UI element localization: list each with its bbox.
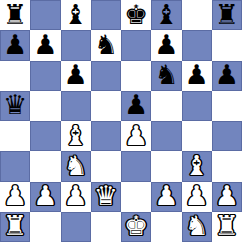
square-h8[interactable]: ♜ (212, 0, 242, 30)
piece-white-bishop[interactable]: ♝ (64, 122, 88, 149)
piece-white-pawn[interactable]: ♟ (215, 182, 239, 209)
square-c2[interactable]: ♟ (61, 182, 91, 212)
square-d1[interactable] (91, 212, 121, 242)
square-e8[interactable]: ♚ (121, 0, 151, 30)
square-d6[interactable] (91, 61, 121, 91)
square-b1[interactable] (30, 212, 60, 242)
square-c7[interactable] (61, 30, 91, 60)
square-g1[interactable]: ♞ (182, 212, 212, 242)
square-h3[interactable] (212, 151, 242, 181)
piece-white-queen[interactable]: ♛ (94, 182, 118, 209)
square-d5[interactable] (91, 91, 121, 121)
square-e6[interactable] (121, 61, 151, 91)
piece-white-pawn[interactable]: ♟ (185, 182, 209, 209)
piece-black-knight[interactable]: ♞ (154, 61, 178, 88)
piece-black-bishop[interactable]: ♝ (154, 1, 178, 28)
piece-black-pawn[interactable]: ♟ (3, 31, 27, 58)
piece-black-king[interactable]: ♚ (124, 1, 148, 28)
piece-white-knight[interactable]: ♞ (185, 212, 209, 239)
square-g7[interactable] (182, 30, 212, 60)
square-d3[interactable] (91, 151, 121, 181)
chess-board: ♜♝♚♝♜♟♟♞♟♟♞♟♟♛♟♝♟♞♝♟♟♟♛♟♟♟♜♚♞♜ (0, 0, 242, 242)
square-d7[interactable]: ♞ (91, 30, 121, 60)
square-b4[interactable] (30, 121, 60, 151)
square-a6[interactable] (0, 61, 30, 91)
square-d2[interactable]: ♛ (91, 182, 121, 212)
square-d4[interactable] (91, 121, 121, 151)
square-b6[interactable] (30, 61, 60, 91)
square-b5[interactable] (30, 91, 60, 121)
square-g8[interactable] (182, 0, 212, 30)
square-h6[interactable]: ♟ (212, 61, 242, 91)
square-b7[interactable]: ♟ (30, 30, 60, 60)
piece-white-knight[interactable]: ♞ (64, 152, 88, 179)
square-h7[interactable] (212, 30, 242, 60)
square-g4[interactable] (182, 121, 212, 151)
square-h4[interactable] (212, 121, 242, 151)
square-g2[interactable]: ♟ (182, 182, 212, 212)
square-c1[interactable] (61, 212, 91, 242)
square-c3[interactable]: ♞ (61, 151, 91, 181)
square-e7[interactable] (121, 30, 151, 60)
piece-black-pawn[interactable]: ♟ (215, 61, 239, 88)
square-a8[interactable]: ♜ (0, 0, 30, 30)
square-f1[interactable] (151, 212, 181, 242)
square-h2[interactable]: ♟ (212, 182, 242, 212)
square-a4[interactable] (0, 121, 30, 151)
piece-white-rook[interactable]: ♜ (3, 212, 27, 239)
square-b2[interactable]: ♟ (30, 182, 60, 212)
square-f8[interactable]: ♝ (151, 0, 181, 30)
piece-white-pawn[interactable]: ♟ (33, 182, 57, 209)
square-a3[interactable] (0, 151, 30, 181)
piece-white-pawn[interactable]: ♟ (3, 182, 27, 209)
piece-white-pawn[interactable]: ♟ (124, 122, 148, 149)
square-f2[interactable]: ♟ (151, 182, 181, 212)
square-c6[interactable]: ♟ (61, 61, 91, 91)
piece-black-pawn[interactable]: ♟ (154, 31, 178, 58)
piece-white-rook[interactable]: ♜ (215, 212, 239, 239)
piece-white-bishop[interactable]: ♝ (185, 152, 209, 179)
square-e5[interactable]: ♟ (121, 91, 151, 121)
square-a5[interactable]: ♛ (0, 91, 30, 121)
piece-white-king[interactable]: ♚ (124, 212, 148, 239)
square-g5[interactable] (182, 91, 212, 121)
square-e4[interactable]: ♟ (121, 121, 151, 151)
square-c4[interactable]: ♝ (61, 121, 91, 151)
square-b3[interactable] (30, 151, 60, 181)
square-f7[interactable]: ♟ (151, 30, 181, 60)
square-e2[interactable] (121, 182, 151, 212)
square-b8[interactable] (30, 0, 60, 30)
piece-black-pawn[interactable]: ♟ (185, 61, 209, 88)
piece-black-bishop[interactable]: ♝ (64, 1, 88, 28)
square-d8[interactable] (91, 0, 121, 30)
piece-black-knight[interactable]: ♞ (94, 31, 118, 58)
piece-black-queen[interactable]: ♛ (3, 91, 27, 118)
piece-black-pawn[interactable]: ♟ (124, 91, 148, 118)
square-a2[interactable]: ♟ (0, 182, 30, 212)
square-e1[interactable]: ♚ (121, 212, 151, 242)
square-f5[interactable] (151, 91, 181, 121)
piece-black-pawn[interactable]: ♟ (64, 61, 88, 88)
square-e3[interactable] (121, 151, 151, 181)
piece-white-pawn[interactable]: ♟ (64, 182, 88, 209)
square-f6[interactable]: ♞ (151, 61, 181, 91)
square-a7[interactable]: ♟ (0, 30, 30, 60)
square-a1[interactable]: ♜ (0, 212, 30, 242)
piece-black-rook[interactable]: ♜ (3, 1, 27, 28)
square-c8[interactable]: ♝ (61, 0, 91, 30)
square-f4[interactable] (151, 121, 181, 151)
square-g3[interactable]: ♝ (182, 151, 212, 181)
piece-white-pawn[interactable]: ♟ (154, 182, 178, 209)
piece-black-rook[interactable]: ♜ (215, 1, 239, 28)
square-c5[interactable] (61, 91, 91, 121)
square-f3[interactable] (151, 151, 181, 181)
square-h1[interactable]: ♜ (212, 212, 242, 242)
square-h5[interactable] (212, 91, 242, 121)
piece-black-pawn[interactable]: ♟ (33, 31, 57, 58)
square-g6[interactable]: ♟ (182, 61, 212, 91)
